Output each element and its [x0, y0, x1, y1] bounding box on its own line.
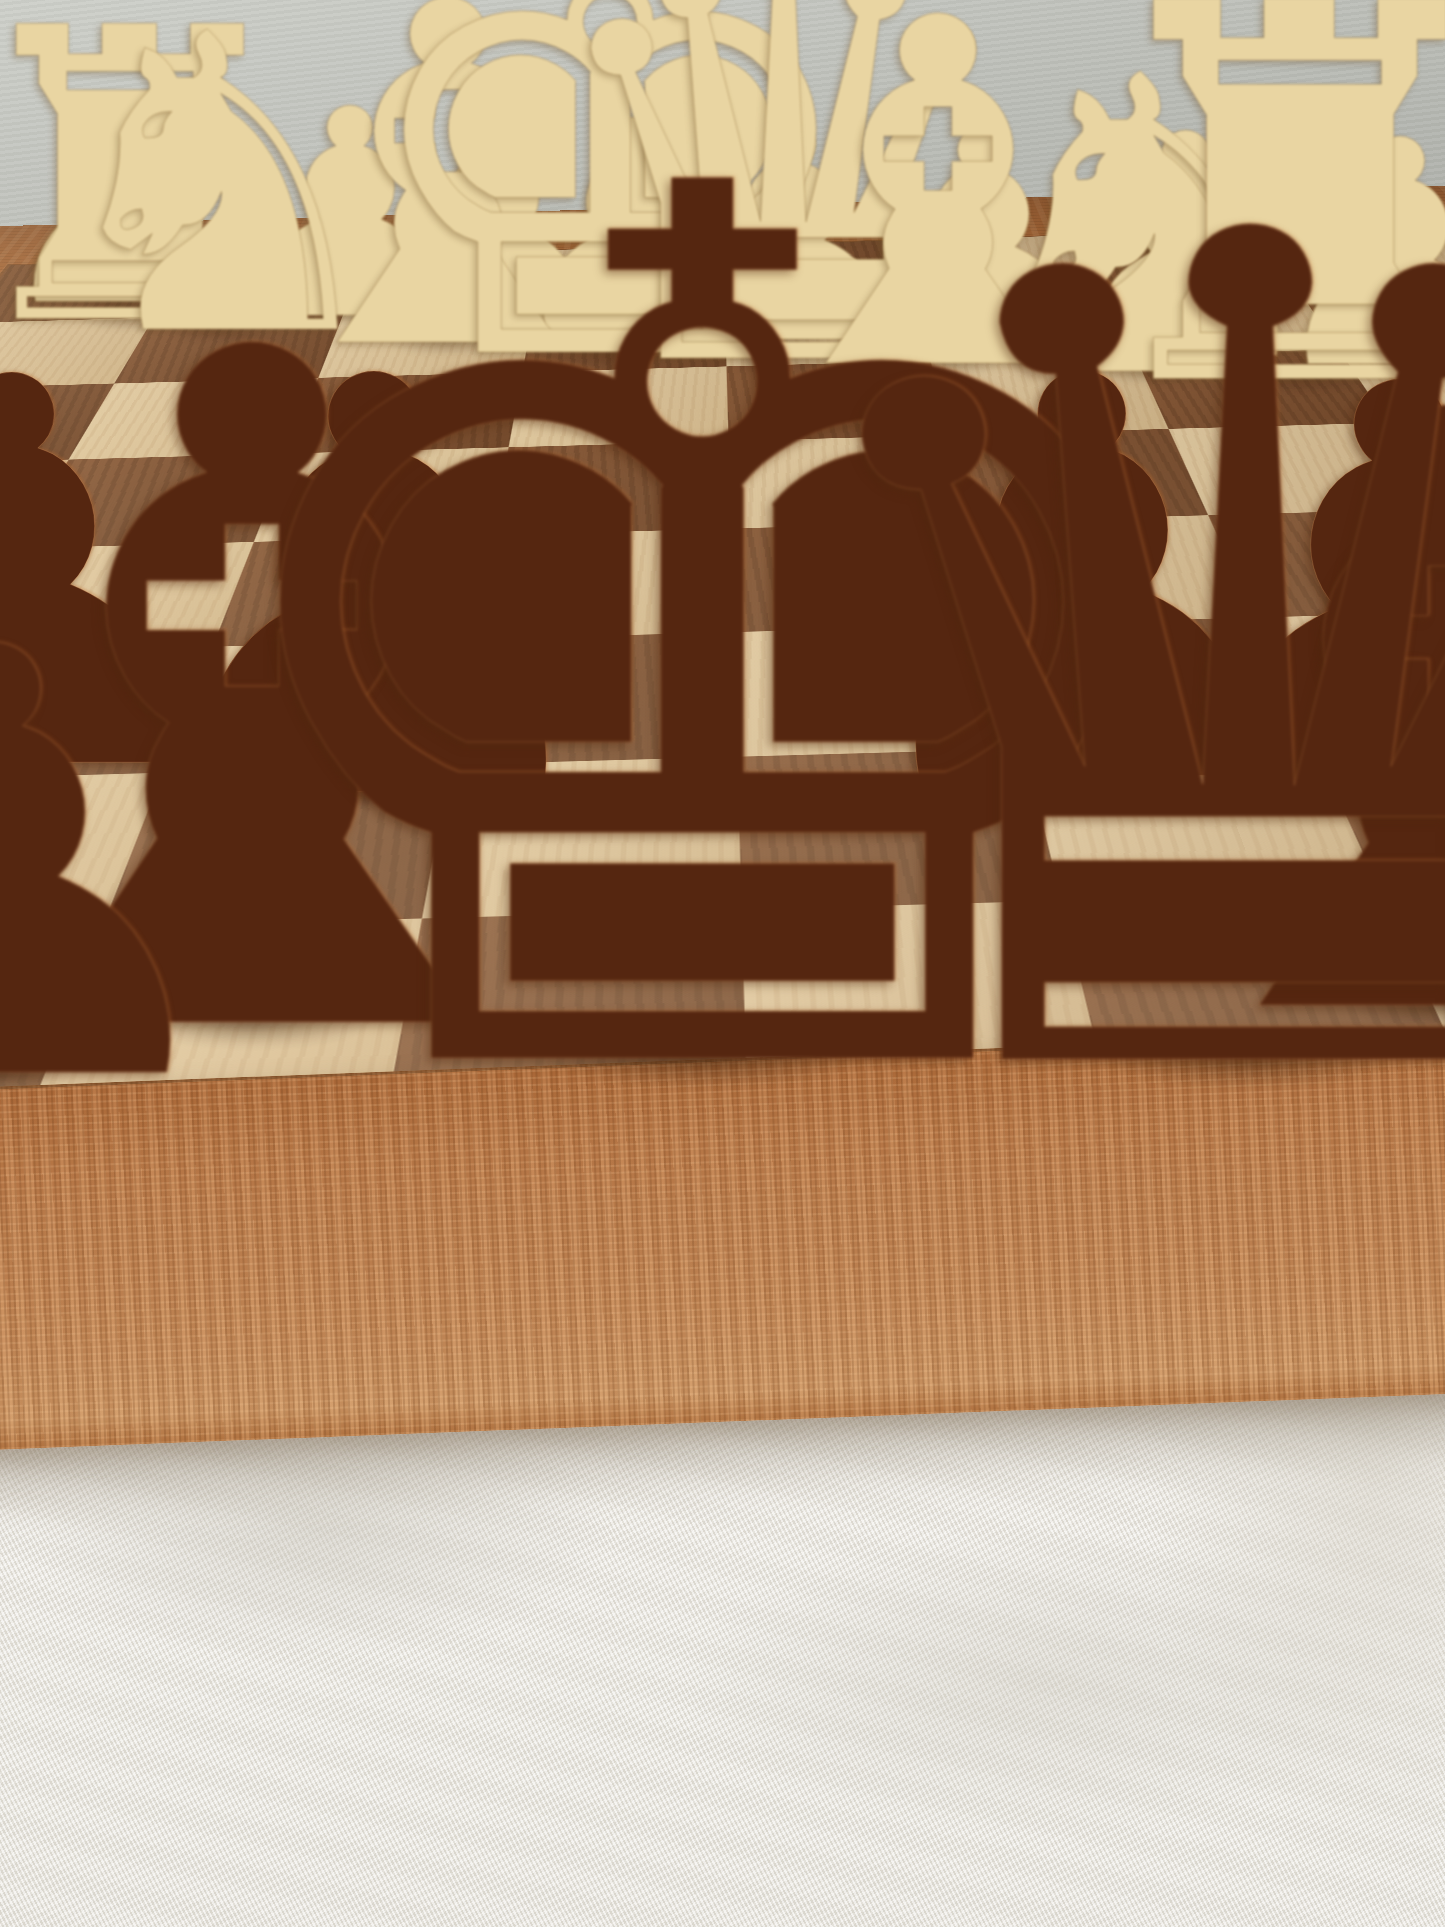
board-square: [344, 250, 545, 312]
board-square: [729, 435, 970, 529]
board-square: [450, 632, 737, 765]
board-square: [422, 757, 742, 919]
board-square: [213, 535, 493, 646]
board-square: [949, 429, 1209, 522]
board-square: [534, 245, 724, 307]
board-square: [723, 240, 915, 301]
board-square: [509, 366, 729, 447]
chessboard-squares: [0, 225, 1445, 1141]
board-square: [318, 307, 534, 378]
board-square: [731, 522, 995, 632]
board-square: [737, 749, 1061, 910]
board-square: [163, 639, 473, 772]
board-square: [901, 235, 1105, 296]
board-square: [734, 625, 1025, 757]
chess-photo-scene: ♜♞♝♚♛♝♞♜♟♟♟♟♟♟♟♟♝♚♛♟♟♟♟♟♝: [0, 0, 1445, 1927]
board-square: [931, 355, 1169, 435]
board-front-apron: [0, 1027, 1445, 1451]
board-square: [522, 302, 726, 372]
board-square: [970, 515, 1256, 625]
board-square: [473, 529, 734, 640]
board-square: [492, 441, 731, 535]
board-square: [915, 291, 1135, 361]
board-square: [254, 447, 509, 542]
board-square: [289, 372, 523, 453]
board-square: [725, 296, 931, 366]
board-square: [154, 255, 367, 317]
board-square: [726, 361, 948, 441]
